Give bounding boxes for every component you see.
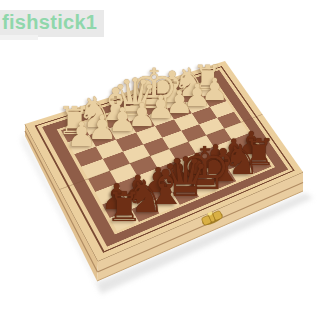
product-photo: ♜♞♝♛♚♝♞♜♟♟♟♟♟♟♟♟♟♟♟♟♟♟♟♟♜♞♝♛♚♝♞♜ fishsti… — [0, 0, 320, 320]
watermark-smudge — [0, 35, 38, 40]
watermark: fishstick1 — [0, 10, 104, 37]
